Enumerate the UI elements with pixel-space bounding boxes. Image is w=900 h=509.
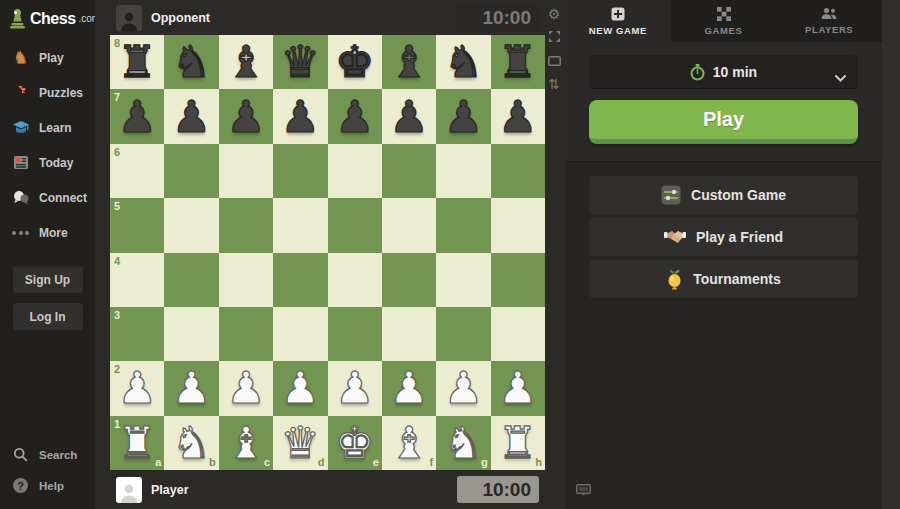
- square-f6[interactable]: [382, 144, 436, 198]
- square-g8[interactable]: ♞: [436, 35, 490, 89]
- square-e6[interactable]: [328, 144, 382, 198]
- square-f5[interactable]: [382, 198, 436, 252]
- white-pawn[interactable]: ♟: [117, 366, 156, 410]
- square-f7[interactable]: ♟: [382, 89, 436, 143]
- puzzle-piece-icon: [11, 83, 30, 102]
- help-label: Help: [39, 480, 64, 492]
- white-queen[interactable]: ♛: [281, 421, 320, 465]
- opponent-clock: 10:00: [457, 4, 539, 31]
- board-container: 8♜♞♝♛♚♝♞♜7♟♟♟♟♟♟♟♟65432♟♟♟♟♟♟♟♟1a♜b♞c♝d♛…: [110, 35, 545, 470]
- white-pawn[interactable]: ♟: [389, 366, 428, 410]
- custom-game-icon: [661, 185, 681, 205]
- rank-label: 2: [114, 364, 120, 375]
- black-knight[interactable]: ♞: [172, 40, 211, 84]
- square-b1[interactable]: b♞: [164, 416, 218, 470]
- sidebar-item-play[interactable]: ♞ Play: [0, 40, 95, 75]
- square-c2[interactable]: ♟: [219, 361, 273, 415]
- square-f3[interactable]: [382, 307, 436, 361]
- handshake-icon: [664, 229, 686, 245]
- tab-label: PLAYERS: [805, 24, 853, 35]
- sidebar: Chess.com ♞ Play Puzzles Learn Today: [0, 0, 95, 509]
- logo-pawn-icon: [8, 9, 27, 28]
- tab-new-game[interactable]: NEW GAME: [565, 0, 671, 42]
- square-e5[interactable]: [328, 198, 382, 252]
- square-f1[interactable]: f♝: [382, 416, 436, 470]
- black-pawn[interactable]: ♟: [389, 95, 428, 139]
- opponent-name[interactable]: Opponent: [151, 11, 210, 25]
- white-pawn[interactable]: ♟: [226, 366, 265, 410]
- square-a7[interactable]: 7♟: [110, 89, 164, 143]
- square-c3[interactable]: [219, 307, 273, 361]
- time-control-value: 10 min: [713, 64, 757, 80]
- action-label: Play a Friend: [696, 229, 783, 245]
- sidebar-item-label: Play: [39, 51, 64, 65]
- brand-title: Chess: [30, 10, 76, 28]
- black-pawn[interactable]: ♟: [335, 95, 374, 139]
- time-control-dropdown[interactable]: 10 min: [589, 55, 858, 89]
- sign-up-button[interactable]: Sign Up: [13, 266, 83, 293]
- play-friend-button[interactable]: Play a Friend: [589, 218, 858, 256]
- flip-board-icon[interactable]: ⇅: [548, 77, 560, 91]
- square-e4[interactable]: [328, 253, 382, 307]
- square-h3[interactable]: [491, 307, 545, 361]
- players-icon: [821, 7, 837, 20]
- black-pawn[interactable]: ♟: [117, 95, 156, 139]
- square-c5[interactable]: [219, 198, 273, 252]
- tab-label: GAMES: [705, 25, 743, 36]
- square-h1[interactable]: h♜: [491, 416, 545, 470]
- square-c6[interactable]: [219, 144, 273, 198]
- square-c4[interactable]: [219, 253, 273, 307]
- chess-board: 8♜♞♝♛♚♝♞♜7♟♟♟♟♟♟♟♟65432♟♟♟♟♟♟♟♟1a♜b♞c♝d♛…: [110, 35, 545, 470]
- square-b5[interactable]: [164, 198, 218, 252]
- black-king[interactable]: ♚: [335, 40, 374, 84]
- square-h7[interactable]: ♟: [491, 89, 545, 143]
- square-d2[interactable]: ♟: [273, 361, 327, 415]
- white-knight[interactable]: ♞: [172, 421, 211, 465]
- more-dots-icon: [11, 223, 30, 242]
- sidebar-item-more[interactable]: More: [0, 215, 95, 250]
- help-icon: ?: [11, 476, 30, 495]
- player-bar: Player 10:00: [95, 470, 565, 509]
- white-rook[interactable]: ♜: [498, 421, 537, 465]
- rank-label: 5: [114, 201, 120, 212]
- custom-game-button[interactable]: Custom Game: [589, 176, 858, 214]
- sidebar-item-label: Puzzles: [39, 86, 83, 100]
- search-icon: [11, 445, 30, 464]
- white-pawn[interactable]: ♟: [281, 366, 320, 410]
- square-e2[interactable]: ♟: [328, 361, 382, 415]
- square-d4[interactable]: [273, 253, 327, 307]
- fullscreen-icon[interactable]: [548, 30, 561, 45]
- black-rook[interactable]: ♜: [117, 40, 156, 84]
- rank-label: 8: [114, 38, 120, 49]
- file-label: h: [535, 457, 542, 468]
- white-king[interactable]: ♚: [335, 421, 374, 465]
- black-pawn[interactable]: ♟: [226, 95, 265, 139]
- square-a5[interactable]: 5: [110, 198, 164, 252]
- newspaper-icon: [11, 153, 30, 172]
- quick-play-section: 10 min Play: [565, 42, 882, 161]
- square-b2[interactable]: ♟: [164, 361, 218, 415]
- new-game-panel: NEW GAME GAMES PLAYERS 10 min: [565, 0, 882, 509]
- black-queen[interactable]: ♛: [281, 40, 320, 84]
- square-h6[interactable]: [491, 144, 545, 198]
- help-button[interactable]: ? Help: [0, 470, 95, 501]
- new-game-icon: [611, 7, 625, 21]
- file-label: b: [209, 457, 216, 468]
- board-controls: ⚙ ⇅: [546, 7, 562, 91]
- square-a1[interactable]: 1a♜: [110, 416, 164, 470]
- sidebar-item-label: Learn: [39, 121, 72, 135]
- square-a2[interactable]: 2♟: [110, 361, 164, 415]
- settings-gear-icon[interactable]: ⚙: [548, 7, 561, 21]
- black-knight[interactable]: ♞: [444, 40, 483, 84]
- focus-mode-icon[interactable]: [548, 54, 561, 68]
- square-d3[interactable]: [273, 307, 327, 361]
- black-bishop[interactable]: ♝: [226, 40, 265, 84]
- square-f4[interactable]: [382, 253, 436, 307]
- square-g4[interactable]: [436, 253, 490, 307]
- game-options-section: Custom Game Play a Friend Tournaments: [565, 161, 882, 509]
- opponent-avatar[interactable]: [116, 5, 142, 31]
- file-label: d: [318, 457, 325, 468]
- square-c8[interactable]: ♝: [219, 35, 273, 89]
- rank-label: 3: [114, 310, 120, 321]
- tab-players[interactable]: PLAYERS: [776, 0, 882, 42]
- square-a8[interactable]: 8♜: [110, 35, 164, 89]
- square-f8[interactable]: ♝: [382, 35, 436, 89]
- square-h8[interactable]: ♜: [491, 35, 545, 89]
- square-c7[interactable]: ♟: [219, 89, 273, 143]
- square-b6[interactable]: [164, 144, 218, 198]
- square-b8[interactable]: ♞: [164, 35, 218, 89]
- white-pawn[interactable]: ♟: [444, 366, 483, 410]
- rank-label: 7: [114, 92, 120, 103]
- square-e7[interactable]: ♟: [328, 89, 382, 143]
- right-area: NEW GAME GAMES PLAYERS 10 min: [565, 0, 900, 509]
- tab-games[interactable]: GAMES: [671, 0, 777, 42]
- square-f2[interactable]: ♟: [382, 361, 436, 415]
- tournament-trophy-icon: [666, 269, 683, 290]
- sidebar-item-label: More: [39, 226, 68, 240]
- sidebar-item-today[interactable]: Today: [0, 145, 95, 180]
- panel-tabs: NEW GAME GAMES PLAYERS: [565, 0, 882, 42]
- play-button[interactable]: Play: [589, 100, 858, 144]
- square-e1[interactable]: e♚: [328, 416, 382, 470]
- white-pawn[interactable]: ♟: [498, 366, 537, 410]
- tab-label: NEW GAME: [589, 25, 647, 36]
- square-g6[interactable]: [436, 144, 490, 198]
- square-g3[interactable]: [436, 307, 490, 361]
- chat-toggle-icon[interactable]: [576, 482, 591, 500]
- square-g5[interactable]: [436, 198, 490, 252]
- square-g7[interactable]: ♟: [436, 89, 490, 143]
- white-bishop[interactable]: ♝: [226, 421, 265, 465]
- play-knight-icon: ♞: [11, 48, 30, 67]
- white-knight[interactable]: ♞: [444, 421, 483, 465]
- sidebar-footer: Search ? Help: [0, 439, 95, 509]
- rank-label: 6: [114, 147, 120, 158]
- rank-label: 1: [114, 419, 120, 430]
- square-b4[interactable]: [164, 253, 218, 307]
- square-e8[interactable]: ♚: [328, 35, 382, 89]
- file-label: c: [264, 457, 270, 468]
- player-clock: 10:00: [457, 476, 539, 503]
- square-a6[interactable]: 6: [110, 144, 164, 198]
- black-pawn[interactable]: ♟: [444, 95, 483, 139]
- black-rook[interactable]: ♜: [498, 40, 537, 84]
- white-bishop[interactable]: ♝: [389, 421, 428, 465]
- square-d6[interactable]: [273, 144, 327, 198]
- square-a4[interactable]: 4: [110, 253, 164, 307]
- chess-com-app: Chess.com ♞ Play Puzzles Learn Today: [0, 0, 900, 509]
- chess-com-logo[interactable]: Chess.com: [0, 0, 95, 40]
- rank-label: 4: [114, 256, 120, 267]
- sidebar-item-label: Today: [39, 156, 73, 170]
- file-label: e: [373, 457, 379, 468]
- player-avatar[interactable]: [116, 477, 142, 503]
- square-a3[interactable]: 3: [110, 307, 164, 361]
- chevron-down-icon: [835, 68, 846, 86]
- square-b7[interactable]: ♟: [164, 89, 218, 143]
- tournaments-button[interactable]: Tournaments: [589, 260, 858, 298]
- square-b3[interactable]: [164, 307, 218, 361]
- sidebar-item-label: Connect: [39, 191, 87, 205]
- white-rook[interactable]: ♜: [117, 421, 156, 465]
- square-d5[interactable]: [273, 198, 327, 252]
- black-pawn[interactable]: ♟: [172, 95, 211, 139]
- square-h4[interactable]: [491, 253, 545, 307]
- square-h5[interactable]: [491, 198, 545, 252]
- sidebar-item-puzzles[interactable]: Puzzles: [0, 75, 95, 110]
- square-h2[interactable]: ♟: [491, 361, 545, 415]
- stopwatch-icon: [690, 64, 705, 81]
- search-label: Search: [39, 449, 77, 461]
- square-g1[interactable]: g♞: [436, 416, 490, 470]
- file-label: g: [481, 457, 488, 468]
- action-label: Tournaments: [693, 271, 781, 287]
- white-pawn[interactable]: ♟: [172, 366, 211, 410]
- white-pawn[interactable]: ♟: [335, 366, 374, 410]
- black-pawn[interactable]: ♟: [498, 95, 537, 139]
- chat-bubbles-icon: [11, 188, 30, 207]
- player-name[interactable]: Player: [151, 483, 189, 497]
- black-pawn[interactable]: ♟: [281, 95, 320, 139]
- square-d1[interactable]: d♛: [273, 416, 327, 470]
- file-label: f: [430, 457, 434, 468]
- square-d8[interactable]: ♛: [273, 35, 327, 89]
- graduation-cap-icon: [11, 118, 30, 137]
- action-label: Custom Game: [691, 187, 786, 203]
- square-c1[interactable]: c♝: [219, 416, 273, 470]
- file-label: a: [155, 457, 161, 468]
- game-area: Opponent 10:00 8♜♞♝♛♚♝♞♜7♟♟♟♟♟♟♟♟65432♟♟…: [95, 0, 565, 509]
- sidebar-item-connect[interactable]: Connect: [0, 180, 95, 215]
- square-g2[interactable]: ♟: [436, 361, 490, 415]
- square-d7[interactable]: ♟: [273, 89, 327, 143]
- square-e3[interactable]: [328, 307, 382, 361]
- search-button[interactable]: Search: [0, 439, 95, 470]
- sidebar-item-learn[interactable]: Learn: [0, 110, 95, 145]
- log-in-button[interactable]: Log In: [13, 303, 83, 330]
- opponent-bar: Opponent 10:00: [95, 0, 565, 35]
- black-bishop[interactable]: ♝: [389, 40, 428, 84]
- games-icon: [717, 7, 731, 21]
